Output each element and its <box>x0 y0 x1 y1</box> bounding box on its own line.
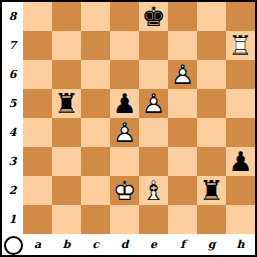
file-label-a: a <box>23 234 52 255</box>
square-a7[interactable] <box>23 31 52 60</box>
square-b5[interactable]: ♜ <box>52 89 81 118</box>
white-to-move-indicator <box>4 236 23 255</box>
file-label-e: e <box>139 234 168 255</box>
square-d8[interactable] <box>110 2 139 31</box>
square-f2[interactable] <box>168 176 197 205</box>
square-g3[interactable] <box>197 147 226 176</box>
square-b1[interactable] <box>52 205 81 234</box>
square-c4[interactable] <box>81 118 110 147</box>
square-g2[interactable]: ♜ <box>197 176 226 205</box>
square-c7[interactable] <box>81 31 110 60</box>
piece-black-king[interactable]: ♚ <box>139 2 168 31</box>
rank-labels: 87654321 <box>2 2 23 234</box>
file-label-h: h <box>226 234 255 255</box>
square-a4[interactable] <box>23 118 52 147</box>
square-g6[interactable] <box>197 60 226 89</box>
piece-white-pawn[interactable]: ♟♙ <box>139 89 168 118</box>
square-g5[interactable] <box>197 89 226 118</box>
square-h4[interactable] <box>226 118 255 147</box>
file-label-f: f <box>168 234 197 255</box>
square-h6[interactable] <box>226 60 255 89</box>
square-e5[interactable]: ♟♙ <box>139 89 168 118</box>
file-label-g: g <box>197 234 226 255</box>
square-h8[interactable] <box>226 2 255 31</box>
square-f1[interactable] <box>168 205 197 234</box>
rank-label-5: 5 <box>2 89 23 118</box>
square-h2[interactable] <box>226 176 255 205</box>
piece-white-pawn[interactable]: ♟♙ <box>110 118 139 147</box>
square-d5[interactable]: ♟ <box>110 89 139 118</box>
white-bishop-outline: ♗ <box>139 176 168 205</box>
square-d2[interactable]: ♚♔ <box>110 176 139 205</box>
square-e7[interactable] <box>139 31 168 60</box>
black-rook-glyph: ♜ <box>52 89 81 118</box>
square-e3[interactable] <box>139 147 168 176</box>
square-g8[interactable] <box>197 2 226 31</box>
square-c5[interactable] <box>81 89 110 118</box>
square-e1[interactable] <box>139 205 168 234</box>
black-king-glyph: ♚ <box>139 2 168 31</box>
piece-black-pawn[interactable]: ♟ <box>110 89 139 118</box>
white-rook-outline: ♖ <box>226 31 255 60</box>
square-g4[interactable] <box>197 118 226 147</box>
chess-board: ♚♜♖♟♙♜♟♟♙♟♙♟♚♔♝♗♜ <box>23 2 255 234</box>
rank-label-2: 2 <box>2 176 23 205</box>
square-f4[interactable] <box>168 118 197 147</box>
square-d3[interactable] <box>110 147 139 176</box>
square-f8[interactable] <box>168 2 197 31</box>
rank-label-8: 8 <box>2 2 23 31</box>
square-a2[interactable] <box>23 176 52 205</box>
square-a3[interactable] <box>23 147 52 176</box>
white-pawn-outline: ♙ <box>139 89 168 118</box>
square-b6[interactable] <box>52 60 81 89</box>
piece-white-bishop[interactable]: ♝♗ <box>139 176 168 205</box>
black-pawn-glyph: ♟ <box>110 89 139 118</box>
square-h3[interactable]: ♟ <box>226 147 255 176</box>
square-b8[interactable] <box>52 2 81 31</box>
square-e4[interactable] <box>139 118 168 147</box>
square-b2[interactable] <box>52 176 81 205</box>
square-c1[interactable] <box>81 205 110 234</box>
square-e8[interactable]: ♚ <box>139 2 168 31</box>
file-label-d: d <box>110 234 139 255</box>
white-king-outline: ♔ <box>110 176 139 205</box>
square-b3[interactable] <box>52 147 81 176</box>
square-b4[interactable] <box>52 118 81 147</box>
piece-black-rook[interactable]: ♜ <box>197 176 226 205</box>
square-c3[interactable] <box>81 147 110 176</box>
square-a5[interactable] <box>23 89 52 118</box>
white-pawn-outline: ♙ <box>168 60 197 89</box>
rank-label-4: 4 <box>2 118 23 147</box>
square-g1[interactable] <box>197 205 226 234</box>
piece-white-rook[interactable]: ♜♖ <box>226 31 255 60</box>
square-e6[interactable] <box>139 60 168 89</box>
square-g7[interactable] <box>197 31 226 60</box>
square-d7[interactable] <box>110 31 139 60</box>
square-b7[interactable] <box>52 31 81 60</box>
rank-label-1: 1 <box>2 205 23 234</box>
square-f5[interactable] <box>168 89 197 118</box>
square-a1[interactable] <box>23 205 52 234</box>
square-h1[interactable] <box>226 205 255 234</box>
square-c8[interactable] <box>81 2 110 31</box>
square-e2[interactable]: ♝♗ <box>139 176 168 205</box>
square-c6[interactable] <box>81 60 110 89</box>
file-label-c: c <box>81 234 110 255</box>
black-rook-glyph: ♜ <box>197 176 226 205</box>
piece-white-king[interactable]: ♚♔ <box>110 176 139 205</box>
square-d1[interactable] <box>110 205 139 234</box>
square-d6[interactable] <box>110 60 139 89</box>
square-h5[interactable] <box>226 89 255 118</box>
square-h7[interactable]: ♜♖ <box>226 31 255 60</box>
square-c2[interactable] <box>81 176 110 205</box>
square-a6[interactable] <box>23 60 52 89</box>
square-d4[interactable]: ♟♙ <box>110 118 139 147</box>
black-pawn-glyph: ♟ <box>226 147 255 176</box>
rank-label-6: 6 <box>2 60 23 89</box>
file-label-b: b <box>52 234 81 255</box>
rank-label-7: 7 <box>2 31 23 60</box>
piece-black-rook[interactable]: ♜ <box>52 89 81 118</box>
chess-diagram: ♚♜♖♟♙♜♟♟♙♟♙♟♚♔♝♗♜ 87654321 abcdefgh <box>0 0 257 257</box>
piece-black-pawn[interactable]: ♟ <box>226 147 255 176</box>
white-pawn-outline: ♙ <box>110 118 139 147</box>
square-a8[interactable] <box>23 2 52 31</box>
square-f6[interactable]: ♟♙ <box>168 60 197 89</box>
square-f7[interactable] <box>168 31 197 60</box>
file-labels: abcdefgh <box>23 234 255 255</box>
square-f3[interactable] <box>168 147 197 176</box>
piece-white-pawn[interactable]: ♟♙ <box>168 60 197 89</box>
rank-label-3: 3 <box>2 147 23 176</box>
